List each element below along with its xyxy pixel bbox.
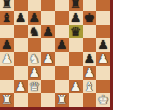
black-queen-f6[interactable]: ♛	[70, 24, 81, 38]
square-b3[interactable]	[14, 66, 28, 80]
square-f8[interactable]: ♜	[69, 0, 83, 11]
square-e6[interactable]	[55, 25, 69, 39]
square-d5[interactable]	[41, 38, 55, 52]
square-c1[interactable]	[28, 93, 42, 107]
square-h1[interactable]: ♚	[96, 93, 110, 107]
white-pawn-a4[interactable]: ♟	[1, 52, 12, 66]
screenshot-page: ♜♜♝♟♟♟♚♞♟♛♟♟♟♟♞♟♟♟♟♟♟♛♟♝♜♜♚	[0, 0, 147, 110]
square-d6[interactable]: ♟	[41, 25, 55, 39]
black-pawn-a5[interactable]: ♟	[1, 38, 12, 52]
white-pawn-b2[interactable]: ♟	[15, 79, 26, 93]
square-h3[interactable]	[96, 66, 110, 80]
square-d3[interactable]	[41, 66, 55, 80]
square-b5[interactable]	[14, 38, 28, 52]
square-g4[interactable]: ♟	[83, 52, 97, 66]
square-e3[interactable]	[55, 66, 69, 80]
square-h4[interactable]: ♟	[96, 52, 110, 66]
white-pawn-f2[interactable]: ♟	[70, 79, 81, 93]
square-e8[interactable]	[55, 0, 69, 11]
chess-board-frame: ♜♜♝♟♟♟♚♞♟♛♟♟♟♟♞♟♟♟♟♟♟♛♟♝♜♜♚	[0, 0, 113, 110]
black-pawn-g4[interactable]: ♟	[84, 52, 95, 66]
square-c3[interactable]: ♟	[28, 66, 42, 80]
square-g3[interactable]: ♟	[83, 66, 97, 80]
square-d1[interactable]	[41, 93, 55, 107]
square-e5[interactable]: ♟	[55, 38, 69, 52]
square-d8[interactable]	[41, 0, 55, 11]
square-g1[interactable]	[83, 93, 97, 107]
square-d7[interactable]	[41, 11, 55, 25]
square-a8[interactable]: ♜	[0, 0, 14, 11]
square-f3[interactable]	[69, 66, 83, 80]
black-rook-a8[interactable]: ♜	[1, 0, 12, 10]
square-g8[interactable]	[83, 0, 97, 11]
white-bishop-g2[interactable]: ♝	[84, 79, 95, 93]
white-rook-a1[interactable]: ♜	[1, 93, 12, 107]
square-h8[interactable]	[96, 0, 110, 11]
square-g6[interactable]	[83, 25, 97, 39]
black-pawn-b7[interactable]: ♟	[15, 10, 26, 24]
square-f4[interactable]	[69, 52, 83, 66]
square-e2[interactable]	[55, 80, 69, 94]
square-h7[interactable]	[96, 11, 110, 25]
square-e4[interactable]	[55, 52, 69, 66]
square-h2[interactable]	[96, 80, 110, 94]
square-f7[interactable]: ♟	[69, 11, 83, 25]
square-h6[interactable]	[96, 25, 110, 39]
black-pawn-d6[interactable]: ♟	[43, 24, 54, 38]
black-knight-c6[interactable]: ♞	[29, 24, 40, 38]
square-g5[interactable]	[83, 38, 97, 52]
square-h5[interactable]: ♟	[96, 38, 110, 52]
square-f2[interactable]: ♟	[69, 80, 83, 94]
square-b2[interactable]: ♟	[14, 80, 28, 94]
white-knight-c4[interactable]: ♞	[29, 52, 40, 66]
black-pawn-e5[interactable]: ♟	[56, 38, 67, 52]
white-pawn-h4[interactable]: ♟	[98, 52, 109, 66]
square-c2[interactable]: ♛	[28, 80, 42, 94]
black-pawn-h5[interactable]: ♟	[98, 38, 109, 52]
square-a5[interactable]: ♟	[0, 38, 14, 52]
square-c5[interactable]	[28, 38, 42, 52]
square-c8[interactable]	[28, 0, 42, 11]
black-rook-f8[interactable]: ♜	[70, 0, 81, 10]
square-a4[interactable]: ♟	[0, 52, 14, 66]
square-b6[interactable]	[14, 25, 28, 39]
square-a3[interactable]	[0, 66, 14, 80]
square-b7[interactable]: ♟	[14, 11, 28, 25]
square-c7[interactable]: ♟	[28, 11, 42, 25]
white-rook-e1[interactable]: ♜	[56, 93, 67, 107]
white-queen-c2[interactable]: ♛	[29, 79, 40, 93]
square-a2[interactable]	[0, 80, 14, 94]
square-a7[interactable]: ♝	[0, 11, 14, 25]
white-pawn-d4[interactable]: ♟	[43, 52, 54, 66]
square-f1[interactable]	[69, 93, 83, 107]
white-pawn-g3[interactable]: ♟	[84, 65, 95, 79]
square-g2[interactable]: ♝	[83, 80, 97, 94]
black-king-g7[interactable]: ♚	[84, 10, 95, 24]
white-pawn-c3[interactable]: ♟	[29, 65, 40, 79]
black-bishop-a7[interactable]: ♝	[1, 10, 12, 24]
black-pawn-c7[interactable]: ♟	[29, 10, 40, 24]
square-b4[interactable]	[14, 52, 28, 66]
square-a1[interactable]: ♜	[0, 93, 14, 107]
square-e1[interactable]: ♜	[55, 93, 69, 107]
square-c4[interactable]: ♞	[28, 52, 42, 66]
square-c6[interactable]: ♞	[28, 25, 42, 39]
square-b1[interactable]	[14, 93, 28, 107]
square-b8[interactable]	[14, 0, 28, 11]
white-king-h1[interactable]: ♚	[98, 93, 109, 107]
square-a6[interactable]	[0, 25, 14, 39]
chess-board[interactable]: ♜♜♝♟♟♟♚♞♟♛♟♟♟♟♞♟♟♟♟♟♟♛♟♝♜♜♚	[0, 0, 110, 107]
black-pawn-f7[interactable]: ♟	[70, 10, 81, 24]
square-g7[interactable]: ♚	[83, 11, 97, 25]
square-d2[interactable]	[41, 80, 55, 94]
square-d4[interactable]: ♟	[41, 52, 55, 66]
square-e7[interactable]	[55, 11, 69, 25]
square-f5[interactable]	[69, 38, 83, 52]
square-f6[interactable]: ♛	[69, 25, 83, 39]
